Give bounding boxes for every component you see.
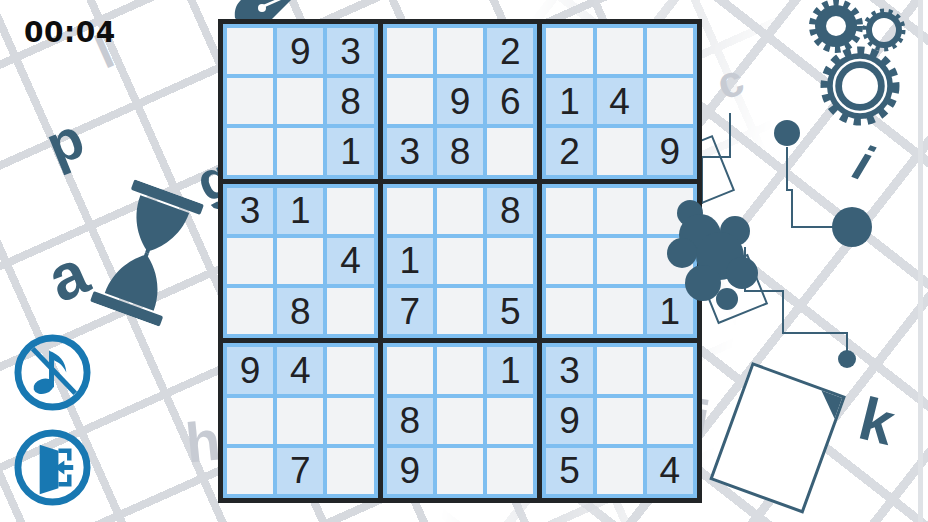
sudoku-cell-r5c2[interactable]	[277, 238, 323, 284]
timer: 00:04	[24, 16, 116, 49]
sudoku-box-8: 189	[383, 343, 538, 498]
door-exit-icon	[13, 428, 92, 507]
sudoku-box-9: 3954	[542, 343, 697, 498]
sudoku-cell-r9c6[interactable]	[487, 448, 533, 494]
sudoku-cell-r2c3[interactable]: 8	[327, 78, 373, 124]
sudoku-cell-r1c2[interactable]: 9	[277, 28, 323, 74]
sudoku-cell-r9c2[interactable]: 7	[277, 448, 323, 494]
sudoku-cell-r7c8[interactable]	[597, 347, 643, 393]
sudoku-box-2: 29638	[383, 24, 538, 179]
sudoku-cell-r3c2[interactable]	[277, 128, 323, 174]
bg-letter-k: k	[853, 389, 900, 455]
sudoku-cell-r8c1[interactable]	[227, 398, 273, 444]
sudoku-cell-r3c5[interactable]: 8	[437, 128, 483, 174]
sudoku-cell-r7c7[interactable]: 3	[546, 347, 592, 393]
bg-letter-i: i	[848, 137, 878, 189]
sudoku-cell-r6c3[interactable]	[327, 288, 373, 334]
sudoku-cell-r6c2[interactable]: 8	[277, 288, 323, 334]
sudoku-cell-r8c4[interactable]: 8	[387, 398, 433, 444]
sudoku-cell-r3c7[interactable]: 2	[546, 128, 592, 174]
sudoku-cell-r8c3[interactable]	[327, 398, 373, 444]
sudoku-grid: 93812963814293148817519471893954	[218, 19, 702, 503]
sudoku-cell-r1c6[interactable]: 2	[487, 28, 533, 74]
sudoku-cell-r6c5[interactable]	[437, 288, 483, 334]
sudoku-cell-r9c8[interactable]	[597, 448, 643, 494]
sudoku-cell-r3c9[interactable]: 9	[647, 128, 693, 174]
sudoku-cell-r7c6[interactable]: 1	[487, 347, 533, 393]
sudoku-cell-r5c6[interactable]	[487, 238, 533, 284]
sudoku-cell-r2c6[interactable]: 6	[487, 78, 533, 124]
sudoku-cell-r7c9[interactable]	[647, 347, 693, 393]
sudoku-cell-r4c3[interactable]	[327, 188, 373, 234]
sudoku-cell-r1c3[interactable]: 3	[327, 28, 373, 74]
sudoku-cell-r3c8[interactable]	[597, 128, 643, 174]
sudoku-box-4: 3148	[223, 184, 378, 339]
sudoku-cell-r7c1[interactable]: 9	[227, 347, 273, 393]
sudoku-cell-r1c8[interactable]	[597, 28, 643, 74]
sudoku-cell-r6c8[interactable]	[597, 288, 643, 334]
sudoku-cell-r4c2[interactable]: 1	[277, 188, 323, 234]
mute-music-button[interactable]	[13, 333, 92, 412]
sudoku-cell-r9c5[interactable]	[437, 448, 483, 494]
sudoku-cell-r6c4[interactable]: 7	[387, 288, 433, 334]
sudoku-cell-r2c5[interactable]: 9	[437, 78, 483, 124]
sudoku-box-1: 9381	[223, 24, 378, 179]
sudoku-cell-r2c7[interactable]: 1	[546, 78, 592, 124]
sudoku-cell-r6c9[interactable]: 1	[647, 288, 693, 334]
sudoku-cell-r3c1[interactable]	[227, 128, 273, 174]
sudoku-cell-r5c9[interactable]	[647, 238, 693, 284]
sudoku-cell-r4c5[interactable]	[437, 188, 483, 234]
sudoku-cell-r4c7[interactable]	[546, 188, 592, 234]
page-fold-sheet	[709, 362, 846, 514]
sudoku-cell-r9c4[interactable]: 9	[387, 448, 433, 494]
sudoku-cell-r4c9[interactable]	[647, 188, 693, 234]
sudoku-cell-r1c1[interactable]	[227, 28, 273, 74]
sudoku-cell-r8c6[interactable]	[487, 398, 533, 444]
sudoku-cell-r5c7[interactable]	[546, 238, 592, 284]
sudoku-cell-r7c2[interactable]: 4	[277, 347, 323, 393]
sudoku-cell-r8c5[interactable]	[437, 398, 483, 444]
sudoku-cell-r5c1[interactable]	[227, 238, 273, 284]
sudoku-cell-r5c8[interactable]	[597, 238, 643, 284]
sudoku-cell-r2c9[interactable]	[647, 78, 693, 124]
music-note-slash-icon	[13, 333, 92, 412]
sudoku-cell-r2c1[interactable]	[227, 78, 273, 124]
sudoku-cell-r3c4[interactable]: 3	[387, 128, 433, 174]
sudoku-cell-r2c8[interactable]: 4	[597, 78, 643, 124]
sudoku-cell-r7c3[interactable]	[327, 347, 373, 393]
sudoku-cell-r4c8[interactable]	[597, 188, 643, 234]
sudoku-cell-r8c9[interactable]	[647, 398, 693, 444]
page-fold-corner-icon	[814, 390, 842, 418]
sudoku-cell-r6c6[interactable]: 5	[487, 288, 533, 334]
bg-letter-c: c	[711, 57, 749, 107]
bg-letter-p: p	[39, 110, 92, 175]
sudoku-cell-r9c7[interactable]: 5	[546, 448, 592, 494]
sudoku-cell-r6c7[interactable]	[546, 288, 592, 334]
sudoku-cell-r1c4[interactable]	[387, 28, 433, 74]
sudoku-cell-r1c7[interactable]	[546, 28, 592, 74]
sudoku-box-3: 1429	[542, 24, 697, 179]
sudoku-cell-r3c3[interactable]: 1	[327, 128, 373, 174]
sudoku-cell-r7c4[interactable]	[387, 347, 433, 393]
sudoku-cell-r7c5[interactable]	[437, 347, 483, 393]
sudoku-box-7: 947	[223, 343, 378, 498]
sudoku-cell-r8c7[interactable]: 9	[546, 398, 592, 444]
hourglass-icon	[87, 178, 207, 328]
sudoku-box-5: 8175	[383, 184, 538, 339]
sudoku-cell-r1c5[interactable]	[437, 28, 483, 74]
sudoku-cell-r9c3[interactable]	[327, 448, 373, 494]
sudoku-cell-r8c2[interactable]	[277, 398, 323, 444]
bg-vertical-line	[918, 0, 923, 522]
sudoku-cell-r6c1[interactable]	[227, 288, 273, 334]
sudoku-cell-r5c3[interactable]: 4	[327, 238, 373, 284]
sudoku-cell-r3c6[interactable]	[487, 128, 533, 174]
sudoku-cell-r2c4[interactable]	[387, 78, 433, 124]
sudoku-cell-r4c4[interactable]	[387, 188, 433, 234]
sudoku-cell-r9c9[interactable]: 4	[647, 448, 693, 494]
bg-letter-a: a	[39, 240, 98, 313]
sudoku-cell-r8c8[interactable]	[597, 398, 643, 444]
sudoku-cell-r5c5[interactable]	[437, 238, 483, 284]
exit-button[interactable]	[13, 428, 92, 507]
sudoku-cell-r9c1[interactable]	[227, 448, 273, 494]
sudoku-cell-r4c1[interactable]: 3	[227, 188, 273, 234]
sudoku-cell-r4c6[interactable]: 8	[487, 188, 533, 234]
sudoku-box-6: 1	[542, 184, 697, 339]
gears-icon	[795, 0, 925, 132]
sudoku-cell-r2c2[interactable]	[277, 78, 323, 124]
sudoku-cell-r1c9[interactable]	[647, 28, 693, 74]
sudoku-cell-r5c4[interactable]: 1	[387, 238, 433, 284]
